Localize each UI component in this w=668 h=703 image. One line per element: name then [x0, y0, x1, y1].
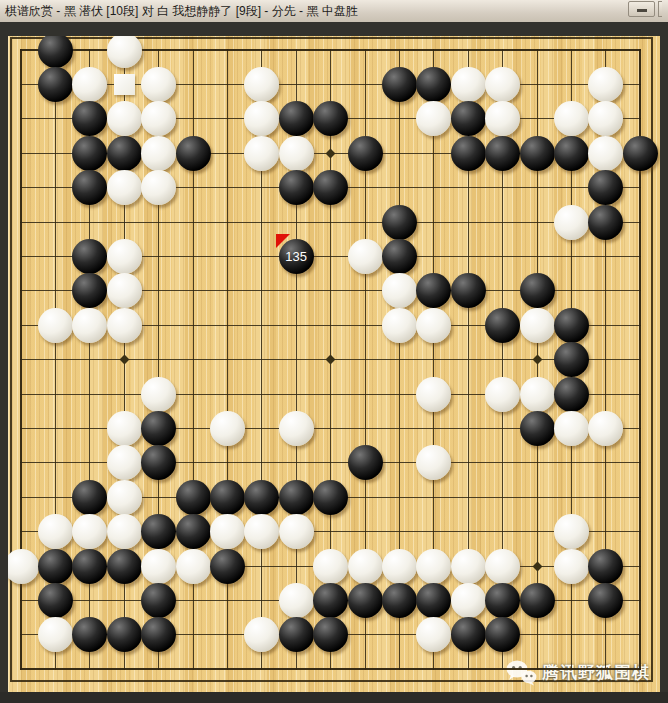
black-stone: [485, 308, 520, 343]
window-buttons: [628, 1, 662, 17]
white-stone: [279, 136, 314, 171]
black-stone: [141, 583, 176, 618]
go-board[interactable]: 腾讯野狐围棋 135: [8, 36, 660, 692]
white-stone: [210, 411, 245, 446]
title-bar[interactable]: 棋谱欣赏 - 黑 潜伏 [10段] 对 白 我想静静了 [9段] - 分先 - …: [0, 0, 668, 22]
window-title: 棋谱欣赏 - 黑 潜伏 [10段] 对 白 我想静静了 [9段] - 分先 - …: [5, 3, 358, 20]
move-number-label: 135: [279, 239, 314, 274]
white-stone: [210, 514, 245, 549]
black-stone: [38, 549, 73, 584]
window-frame-right: [660, 36, 668, 703]
white-stone: [485, 377, 520, 412]
white-stone: [416, 377, 451, 412]
white-stone: [588, 67, 623, 102]
white-stone: [416, 308, 451, 343]
black-stone: [279, 101, 314, 136]
black-stone: [313, 583, 348, 618]
black-stone: [554, 377, 589, 412]
white-stone: [244, 136, 279, 171]
window-button-partial[interactable]: [658, 1, 662, 17]
black-stone: [141, 411, 176, 446]
black-stone: [520, 583, 555, 618]
white-stone: [107, 308, 142, 343]
minimize-button[interactable]: [628, 1, 655, 17]
white-stone: [72, 308, 107, 343]
white-stone: [416, 549, 451, 584]
black-stone: [485, 583, 520, 618]
last-move-stone: 135: [279, 239, 314, 274]
white-stone: [382, 308, 417, 343]
watermark-text: 腾讯野狐围棋: [542, 661, 650, 684]
black-stone: [588, 205, 623, 240]
white-stone: [38, 514, 73, 549]
white-stone: [107, 170, 142, 205]
window-frame-top: [0, 22, 668, 36]
white-stone: [485, 67, 520, 102]
black-stone: [451, 101, 486, 136]
watermark: 腾讯野狐围棋: [505, 659, 650, 686]
white-stone: [279, 411, 314, 446]
black-stone: [279, 480, 314, 515]
black-stone: [72, 549, 107, 584]
black-stone: [279, 617, 314, 652]
black-stone: [588, 583, 623, 618]
white-stone: [107, 445, 142, 480]
white-stone: [107, 273, 142, 308]
wechat-bubbles-icon: [505, 659, 537, 686]
grid-line-horizontal: [20, 668, 641, 670]
black-stone: [176, 136, 211, 171]
white-stone: [554, 205, 589, 240]
black-stone: [451, 136, 486, 171]
white-stone: [38, 308, 73, 343]
black-stone: [588, 549, 623, 584]
white-stone: [520, 308, 555, 343]
white-stone: [107, 480, 142, 515]
black-stone: [210, 480, 245, 515]
white-stone: [72, 67, 107, 102]
black-stone: [313, 480, 348, 515]
black-stone: [107, 617, 142, 652]
white-stone: [554, 101, 589, 136]
black-stone: [210, 549, 245, 584]
black-stone: [244, 480, 279, 515]
white-stone: [107, 411, 142, 446]
white-stone: [554, 549, 589, 584]
white-stone: [588, 411, 623, 446]
white-stone: [141, 170, 176, 205]
black-stone: [520, 411, 555, 446]
black-stone: [623, 136, 658, 171]
white-stone: [8, 549, 39, 584]
white-stone: [313, 549, 348, 584]
white-stone: [38, 617, 73, 652]
black-stone: [554, 308, 589, 343]
black-stone: [382, 67, 417, 102]
black-stone: [38, 583, 73, 618]
white-square-marker: [114, 74, 135, 95]
white-stone: [554, 514, 589, 549]
white-stone: [141, 67, 176, 102]
white-stone: [107, 514, 142, 549]
white-stone: [554, 411, 589, 446]
white-stone: [279, 514, 314, 549]
kifu-viewer-window: 棋谱欣赏 - 黑 潜伏 [10段] 对 白 我想静静了 [9段] - 分先 - …: [0, 0, 668, 703]
black-stone: [279, 170, 314, 205]
white-stone: [107, 239, 142, 274]
black-stone: [176, 480, 211, 515]
black-stone: [348, 136, 383, 171]
black-stone: [176, 514, 211, 549]
black-stone: [38, 36, 73, 68]
white-stone: [141, 377, 176, 412]
black-stone: [416, 67, 451, 102]
window-frame-left: [0, 36, 8, 703]
black-stone: [348, 445, 383, 480]
white-stone: [244, 67, 279, 102]
black-stone: [348, 583, 383, 618]
white-stone: [107, 101, 142, 136]
white-stone: [485, 549, 520, 584]
white-stone: [451, 67, 486, 102]
black-stone: [107, 549, 142, 584]
black-stone: [72, 480, 107, 515]
white-stone: [107, 36, 142, 68]
white-stone: [348, 549, 383, 584]
black-stone: [38, 67, 73, 102]
black-stone: [554, 342, 589, 377]
black-stone: [382, 239, 417, 274]
minimize-icon: [637, 9, 647, 12]
white-stone: [451, 549, 486, 584]
black-stone: [72, 239, 107, 274]
black-stone: [382, 205, 417, 240]
white-stone: [588, 136, 623, 171]
white-stone: [382, 273, 417, 308]
black-stone: [416, 583, 451, 618]
white-stone: [382, 549, 417, 584]
white-stone: [141, 136, 176, 171]
black-stone: [451, 617, 486, 652]
white-stone: [451, 583, 486, 618]
white-stone: [141, 549, 176, 584]
black-stone: [141, 514, 176, 549]
window-frame-bottom: [0, 692, 668, 703]
white-stone: [348, 239, 383, 274]
white-stone: [176, 549, 211, 584]
black-stone: [554, 136, 589, 171]
black-stone: [520, 273, 555, 308]
black-stone: [313, 170, 348, 205]
white-stone: [520, 377, 555, 412]
black-stone: [485, 136, 520, 171]
black-stone: [451, 273, 486, 308]
black-stone: [72, 136, 107, 171]
black-stone: [520, 136, 555, 171]
white-stone: [279, 583, 314, 618]
black-stone: [107, 136, 142, 171]
black-stone: [382, 583, 417, 618]
